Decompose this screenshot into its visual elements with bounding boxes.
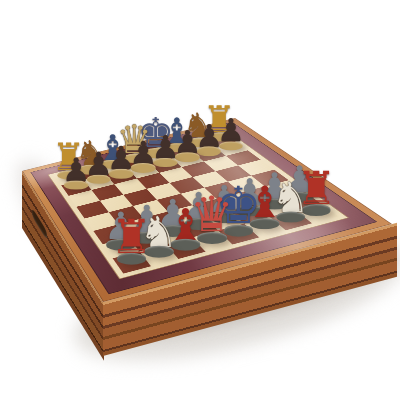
piece-black-pawn-a7[interactable]: ♟ bbox=[62, 154, 91, 189]
photo-stage: ♜♞♟♝♟♚♟♛♟♝♟♞♟♜♟♟♟♟♜♟♞♟♝♟♚♟♟♛♟♝♞♜ bbox=[0, 0, 400, 400]
white-rook-glyph: ♜ bbox=[111, 215, 153, 259]
piece-white-rook-a1[interactable]: ♜ bbox=[111, 215, 153, 265]
white-piece-base bbox=[117, 253, 147, 265]
finger-notch-handle bbox=[32, 207, 47, 240]
